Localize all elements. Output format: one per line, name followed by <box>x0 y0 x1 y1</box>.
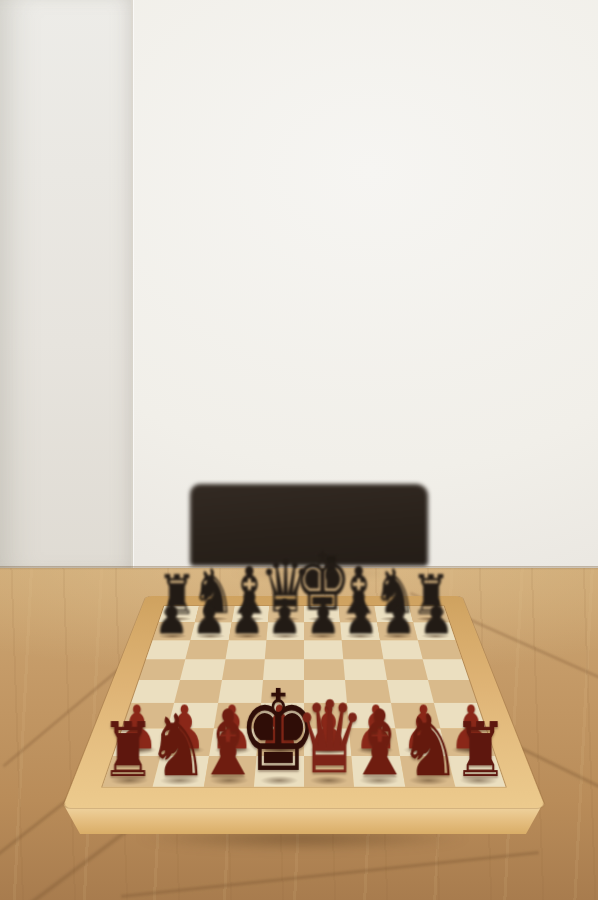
square-d6[interactable] <box>265 640 304 659</box>
board-frame: ♜♞♝♛♚♝♞♜♟♟♟♟♟♟♟♟♟♟♟♟♟♟♟♟♜♞♝♚♛♝♞♜ <box>62 596 545 808</box>
piece-black-pawn[interactable]: ♟ <box>154 593 188 641</box>
square-a7[interactable]: ♟ <box>153 622 195 640</box>
wall-left-panel <box>0 0 133 570</box>
square-h5[interactable] <box>422 659 469 680</box>
square-g5[interactable] <box>383 659 428 680</box>
wall-corner-seam <box>131 0 133 570</box>
square-a6[interactable] <box>146 640 190 659</box>
square-f5[interactable] <box>343 659 386 680</box>
square-f6[interactable] <box>342 640 383 659</box>
piece-black-pawn[interactable]: ♟ <box>420 593 454 641</box>
board-front-bevel <box>58 805 548 834</box>
piece-black-pawn[interactable]: ♟ <box>382 593 416 641</box>
square-c7[interactable]: ♟ <box>228 622 267 640</box>
square-b7[interactable]: ♟ <box>191 622 232 640</box>
square-g7[interactable]: ♟ <box>377 622 418 640</box>
square-f1[interactable]: ♝ <box>352 756 405 787</box>
board-grid[interactable]: ♜♞♝♛♚♝♞♜♟♟♟♟♟♟♟♟♟♟♟♟♟♟♟♟♜♞♝♚♛♝♞♜ <box>103 606 506 787</box>
square-h1[interactable]: ♜ <box>447 756 505 787</box>
square-c6[interactable] <box>225 640 266 659</box>
piece-black-pawn[interactable]: ♟ <box>230 593 264 641</box>
square-d7[interactable]: ♟ <box>266 622 304 640</box>
piece-black-pawn[interactable]: ♟ <box>192 593 226 641</box>
square-f7[interactable]: ♟ <box>340 622 379 640</box>
piece-black-pawn[interactable]: ♟ <box>268 593 302 641</box>
square-a5[interactable] <box>139 659 186 680</box>
square-b5[interactable] <box>180 659 225 680</box>
square-e6[interactable] <box>304 640 343 659</box>
piece-red-rook[interactable]: ♜ <box>453 712 507 788</box>
square-g1[interactable]: ♞ <box>399 756 455 787</box>
piece-black-pawn[interactable]: ♟ <box>344 593 378 641</box>
square-e7[interactable]: ♟ <box>304 622 342 640</box>
piece-black-pawn[interactable]: ♟ <box>306 593 340 641</box>
square-g6[interactable] <box>380 640 423 659</box>
square-h6[interactable] <box>417 640 461 659</box>
square-h7[interactable]: ♟ <box>413 622 455 640</box>
square-b6[interactable] <box>186 640 229 659</box>
piece-red-knight[interactable]: ♞ <box>399 703 460 789</box>
